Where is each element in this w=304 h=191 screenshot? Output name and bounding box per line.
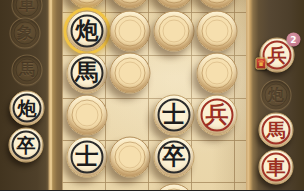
piece-label: 馬 bbox=[68, 54, 107, 93]
captured-tray-left: 車象馬炮卒 bbox=[0, 0, 62, 190]
tray-slot-馬: 馬 bbox=[12, 55, 43, 86]
tray-piece-label: 車 bbox=[260, 151, 293, 184]
hidden-piece[interactable] bbox=[197, 53, 238, 94]
hidden-piece[interactable] bbox=[110, 137, 151, 178]
tray-piece-label: 卒 bbox=[10, 129, 43, 162]
captured-piece-卒: 卒 bbox=[9, 128, 44, 163]
hidden-piece[interactable] bbox=[197, 11, 238, 52]
tray-piece-label: 炮 bbox=[262, 81, 291, 110]
captured-piece-車: 車 bbox=[259, 150, 294, 185]
piece-black-炮[interactable]: 炮 bbox=[67, 11, 108, 52]
capture-count-badge: 2 bbox=[287, 33, 301, 47]
hidden-piece[interactable] bbox=[67, 0, 108, 9]
piece-label: 炮 bbox=[68, 12, 107, 51]
hidden-piece[interactable] bbox=[110, 11, 151, 52]
piece-label: 卒 bbox=[155, 138, 194, 177]
hidden-piece[interactable] bbox=[154, 0, 195, 9]
hidden-piece[interactable] bbox=[110, 53, 151, 94]
piece-black-卒[interactable]: 卒 bbox=[154, 137, 195, 178]
tray-piece-label: 象 bbox=[11, 19, 40, 48]
captured-tray-right: 兵2♛炮馬車 bbox=[246, 0, 304, 190]
piece-black-馬[interactable]: 馬 bbox=[67, 53, 108, 94]
hidden-piece[interactable] bbox=[110, 0, 151, 9]
tray-piece-label: 馬 bbox=[13, 56, 42, 85]
tray-piece-label: 車 bbox=[13, 0, 42, 20]
hidden-piece[interactable] bbox=[197, 0, 238, 9]
captured-piece-馬: 馬 bbox=[259, 113, 294, 148]
captured-piece-炮: 炮 bbox=[10, 91, 45, 126]
piece-red-兵[interactable]: 兵 bbox=[197, 95, 238, 136]
hidden-piece[interactable] bbox=[154, 184, 195, 191]
tray-piece-label: 炮 bbox=[11, 92, 44, 125]
hidden-piece[interactable] bbox=[67, 95, 108, 136]
rank-medal-icon: ♛ bbox=[256, 58, 267, 70]
piece-black-士[interactable]: 士 bbox=[154, 95, 195, 136]
tray-slot-象: 象 bbox=[10, 18, 41, 49]
piece-label: 士 bbox=[68, 138, 107, 177]
tray-piece-label: 馬 bbox=[260, 114, 293, 147]
piece-label: 士 bbox=[155, 96, 194, 135]
hidden-piece[interactable] bbox=[154, 11, 195, 52]
piece-black-士[interactable]: 士 bbox=[67, 137, 108, 178]
captured-piece-兵: 兵2♛ bbox=[260, 38, 295, 73]
xiangqi-flip-game-screen: 炮馬士兵士卒 車象馬炮卒 兵2♛炮馬車 bbox=[0, 0, 304, 190]
tray-slot-炮: 炮 bbox=[261, 80, 292, 111]
piece-label: 兵 bbox=[198, 96, 237, 135]
